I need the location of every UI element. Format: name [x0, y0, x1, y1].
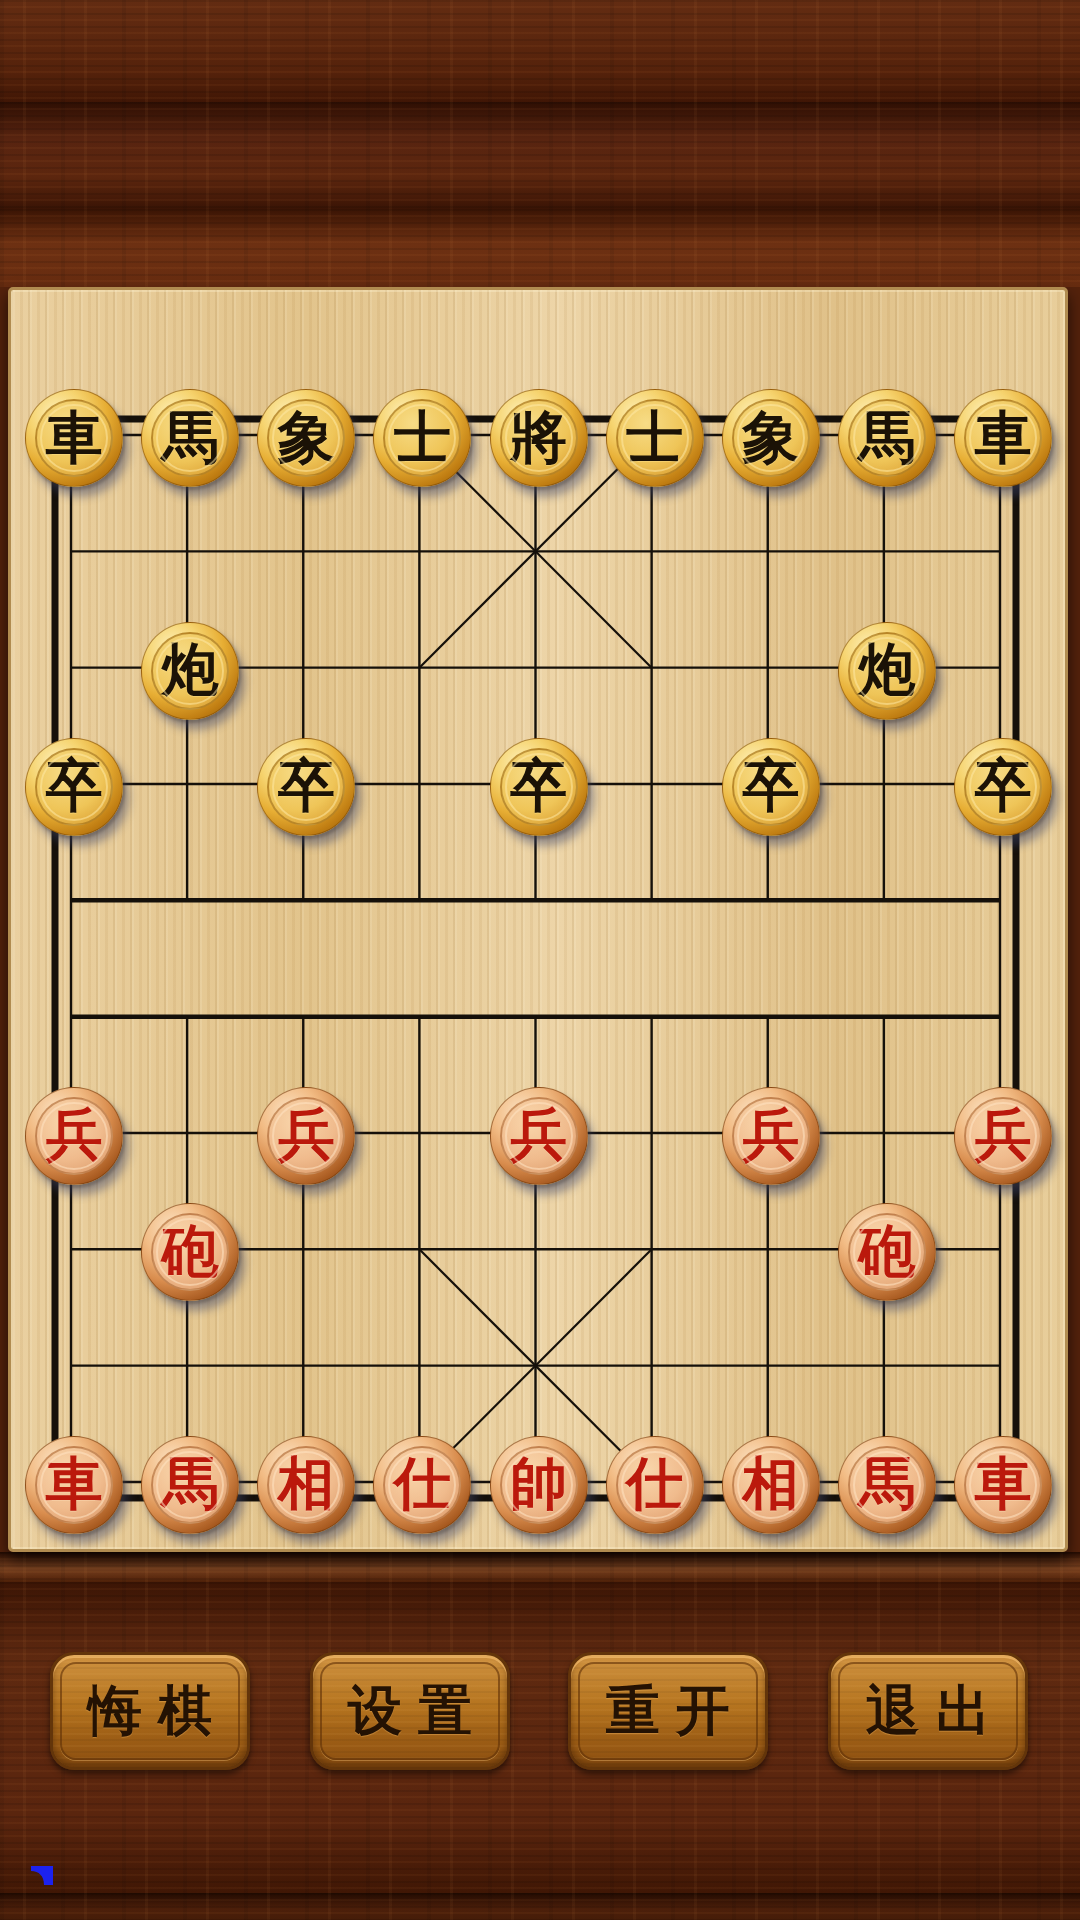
piece-red-soldier-red[interactable]: 兵: [257, 1087, 355, 1185]
piece-face: 砲: [848, 1213, 926, 1291]
piece-face: 馬: [151, 399, 229, 477]
piece-character: 車: [46, 1455, 103, 1512]
piece-character: 士: [626, 409, 683, 466]
piece-red-soldier-red[interactable]: 兵: [722, 1087, 820, 1185]
piece-red-elephant-red[interactable]: 相: [722, 1436, 820, 1534]
piece-character: 相: [278, 1455, 335, 1512]
wood-grain: [0, 0, 1080, 102]
exit-button-label: 退出: [850, 1675, 1006, 1748]
piece-character: 兵: [278, 1106, 335, 1163]
piece-red-chariot[interactable]: 車: [954, 1436, 1052, 1534]
piece-face: 仕: [383, 1446, 461, 1524]
piece-black-horse[interactable]: 馬: [838, 389, 936, 487]
piece-face: 炮: [848, 632, 926, 710]
piece-black-elephant[interactable]: 象: [722, 389, 820, 487]
piece-black-soldier-black[interactable]: 卒: [954, 738, 1052, 836]
piece-character: 兵: [742, 1106, 799, 1163]
piece-black-advisor[interactable]: 士: [606, 389, 704, 487]
piece-red-soldier-red[interactable]: 兵: [25, 1087, 123, 1185]
piece-black-chariot[interactable]: 車: [954, 389, 1052, 487]
settings-button[interactable]: 设置: [310, 1652, 510, 1770]
undo-button[interactable]: 悔棋: [50, 1652, 250, 1770]
piece-face: 車: [964, 399, 1042, 477]
piece-character: 將: [510, 409, 567, 466]
piece-face: 相: [267, 1446, 345, 1524]
piece-character: 卒: [742, 757, 799, 814]
piece-black-cannon-black[interactable]: 炮: [141, 622, 239, 720]
piece-face: 卒: [35, 748, 113, 826]
piece-character: 仕: [626, 1455, 683, 1512]
wood-plank-top-1: [0, 0, 1080, 102]
piece-character: 砲: [858, 1223, 915, 1280]
piece-face: 卒: [500, 748, 578, 826]
wood-plank-top-2: [0, 102, 1080, 209]
piece-black-cannon-black[interactable]: 炮: [838, 622, 936, 720]
piece-black-horse[interactable]: 馬: [141, 389, 239, 487]
piece-character: 兵: [46, 1106, 103, 1163]
piece-character: 卒: [46, 757, 103, 814]
piece-face: 卒: [267, 748, 345, 826]
piece-character: 兵: [975, 1106, 1032, 1163]
piece-red-soldier-red[interactable]: 兵: [490, 1087, 588, 1185]
piece-face: 馬: [848, 1446, 926, 1524]
piece-face: 兵: [35, 1097, 113, 1175]
piece-black-soldier-black[interactable]: 卒: [257, 738, 355, 836]
piece-face: 兵: [500, 1097, 578, 1175]
xiangqi-board[interactable]: 車馬象士將士象馬車炮炮卒卒卒卒卒兵兵兵兵兵砲砲車馬相仕帥仕相馬車: [8, 287, 1068, 1552]
piece-red-cannon-red[interactable]: 砲: [838, 1203, 936, 1301]
piece-character: 帥: [510, 1455, 567, 1512]
piece-black-elephant[interactable]: 象: [257, 389, 355, 487]
piece-red-cannon-red[interactable]: 砲: [141, 1203, 239, 1301]
piece-black-soldier-black[interactable]: 卒: [722, 738, 820, 836]
piece-character: 車: [975, 1455, 1032, 1512]
piece-face: 馬: [848, 399, 926, 477]
wood-plank-top-3: [0, 209, 1080, 287]
restart-button-label: 重开: [590, 1675, 746, 1748]
piece-face: 馬: [151, 1446, 229, 1524]
piece-character: 士: [394, 409, 451, 466]
piece-face: 象: [732, 399, 810, 477]
piece-face: 帥: [500, 1446, 578, 1524]
piece-character: 卒: [510, 757, 567, 814]
piece-character: 馬: [858, 409, 915, 466]
piece-character: 象: [278, 409, 335, 466]
piece-face: 砲: [151, 1213, 229, 1291]
piece-face: 車: [964, 1446, 1042, 1524]
piece-red-chariot[interactable]: 車: [25, 1436, 123, 1534]
piece-face: 將: [500, 399, 578, 477]
piece-character: 仕: [394, 1455, 451, 1512]
settings-button-label: 设置: [332, 1675, 488, 1748]
wood-grain: [0, 209, 1080, 287]
piece-character: 卒: [278, 757, 335, 814]
piece-face: 象: [267, 399, 345, 477]
exit-button[interactable]: 退出: [828, 1652, 1028, 1770]
wood-plank-bottom-1: [0, 1552, 1080, 1582]
piece-character: 相: [742, 1455, 799, 1512]
piece-character: 炮: [162, 641, 219, 698]
wood-plank-bottom-3: [0, 1893, 1080, 1920]
piece-face: 兵: [964, 1097, 1042, 1175]
blue-cursor-icon: [30, 1865, 56, 1887]
piece-character: 砲: [162, 1223, 219, 1280]
piece-black-chariot[interactable]: 車: [25, 389, 123, 487]
piece-character: 車: [975, 409, 1032, 466]
piece-character: 車: [46, 409, 103, 466]
piece-red-general-red[interactable]: 帥: [490, 1436, 588, 1534]
wood-grain: [0, 1893, 1080, 1920]
piece-black-soldier-black[interactable]: 卒: [25, 738, 123, 836]
xiangqi-app-screen: 車馬象士將士象馬車炮炮卒卒卒卒卒兵兵兵兵兵砲砲車馬相仕帥仕相馬車 悔棋 设置 重…: [0, 0, 1080, 1920]
piece-character: 馬: [858, 1455, 915, 1512]
piece-face: 相: [732, 1446, 810, 1524]
piece-character: 炮: [858, 641, 915, 698]
piece-black-advisor[interactable]: 士: [373, 389, 471, 487]
piece-face: 仕: [616, 1446, 694, 1524]
wood-grain: [0, 102, 1080, 209]
piece-character: 馬: [162, 409, 219, 466]
piece-face: 兵: [267, 1097, 345, 1175]
piece-character: 兵: [510, 1106, 567, 1163]
piece-face: 車: [35, 1446, 113, 1524]
piece-character: 馬: [162, 1455, 219, 1512]
piece-red-advisor-red[interactable]: 仕: [606, 1436, 704, 1534]
piece-black-soldier-black[interactable]: 卒: [490, 738, 588, 836]
piece-character: 象: [742, 409, 799, 466]
piece-face: 士: [616, 399, 694, 477]
piece-red-elephant-red[interactable]: 相: [257, 1436, 355, 1534]
piece-red-soldier-red[interactable]: 兵: [954, 1087, 1052, 1185]
piece-face: 車: [35, 399, 113, 477]
piece-character: 卒: [975, 757, 1032, 814]
piece-face: 卒: [732, 748, 810, 826]
piece-face: 士: [383, 399, 461, 477]
piece-face: 兵: [732, 1097, 810, 1175]
piece-red-advisor-red[interactable]: 仕: [373, 1436, 471, 1534]
restart-button[interactable]: 重开: [568, 1652, 768, 1770]
piece-face: 卒: [964, 748, 1042, 826]
piece-red-horse[interactable]: 馬: [838, 1436, 936, 1534]
wood-grain: [0, 1552, 1080, 1582]
undo-button-label: 悔棋: [72, 1675, 228, 1748]
piece-face: 炮: [151, 632, 229, 710]
piece-black-general-black[interactable]: 將: [490, 389, 588, 487]
piece-red-horse[interactable]: 馬: [141, 1436, 239, 1534]
